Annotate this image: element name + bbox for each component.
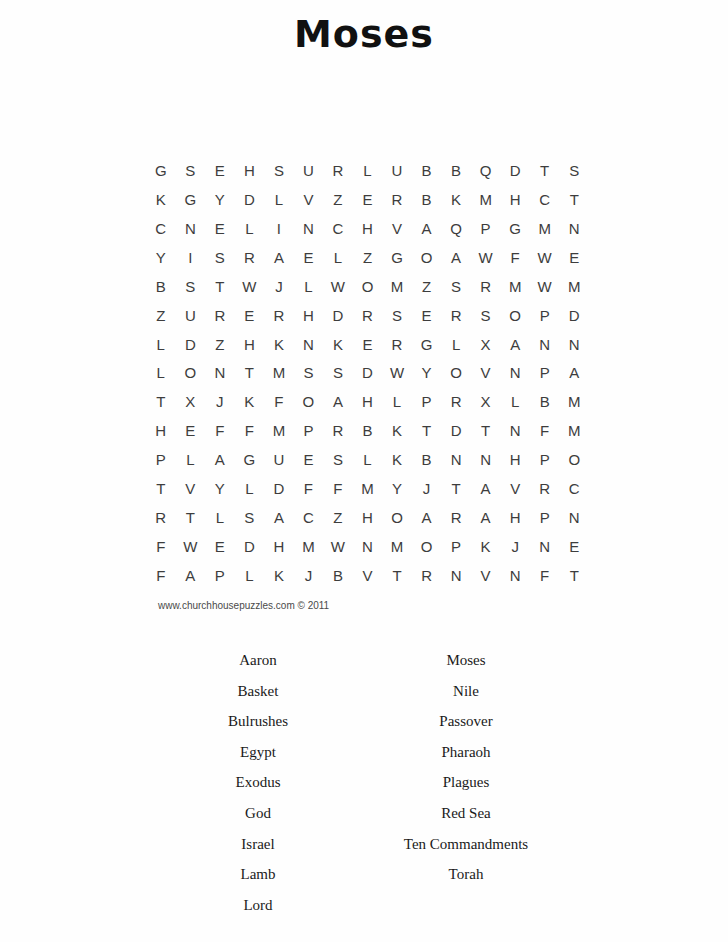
grid-cell-r2c14: C — [530, 185, 560, 214]
grid-cell-r12c10: J — [412, 474, 442, 503]
grid-cell-r9c12: X — [471, 387, 501, 416]
grid-cell-r6c7: D — [323, 301, 353, 330]
grid-cell-r8c1: L — [146, 359, 176, 388]
grid-cell-r6c14: P — [530, 301, 560, 330]
grid-cell-r10c1: H — [146, 416, 176, 445]
grid-cell-r2c10: B — [412, 185, 442, 214]
grid-cell-r5c3: T — [205, 272, 235, 301]
grid-cell-r1c4: H — [235, 156, 265, 185]
grid-cell-r2c3: Y — [205, 185, 235, 214]
word-list-item: Ten Commandments — [326, 829, 606, 860]
grid-cell-r12c6: F — [294, 474, 324, 503]
grid-cell-r4c8: Z — [353, 243, 383, 272]
grid-cell-r2c15: T — [559, 185, 589, 214]
grid-cell-r11c10: B — [412, 445, 442, 474]
grid-cell-r1c8: L — [353, 156, 383, 185]
grid-cell-r3c8: H — [353, 214, 383, 243]
grid-cell-r14c9: M — [382, 532, 412, 561]
grid-cell-r1c13: D — [500, 156, 530, 185]
grid-cell-r9c6: O — [294, 387, 324, 416]
grid-cell-r6c3: R — [205, 301, 235, 330]
grid-cell-r1c2: S — [176, 156, 206, 185]
grid-cell-r4c1: Y — [146, 243, 176, 272]
grid-cell-r5c15: M — [559, 272, 589, 301]
grid-cell-r6c11: R — [441, 301, 471, 330]
grid-cell-r2c2: G — [176, 185, 206, 214]
grid-cell-r8c14: P — [530, 359, 560, 388]
grid-cell-r12c9: Y — [382, 474, 412, 503]
grid-cell-r15c9: T — [382, 561, 412, 590]
grid-cell-r14c5: H — [264, 532, 294, 561]
grid-cell-r6c10: E — [412, 301, 442, 330]
word-list-item: Torah — [326, 859, 606, 890]
grid-cell-r9c1: T — [146, 387, 176, 416]
grid-cell-r13c7: Z — [323, 503, 353, 532]
grid-cell-r9c9: L — [382, 387, 412, 416]
grid-cell-r3c3: E — [205, 214, 235, 243]
grid-cell-r9c3: J — [205, 387, 235, 416]
grid-cell-r1c10: B — [412, 156, 442, 185]
grid-cell-r9c13: L — [500, 387, 530, 416]
word-list-item: Nile — [326, 676, 606, 707]
grid-cell-r11c9: K — [382, 445, 412, 474]
grid-cell-r7c4: H — [235, 330, 265, 359]
grid-cell-r13c9: O — [382, 503, 412, 532]
grid-cell-r2c5: L — [264, 185, 294, 214]
grid-cell-r11c2: L — [176, 445, 206, 474]
grid-cell-r7c6: N — [294, 330, 324, 359]
grid-cell-r3c13: G — [500, 214, 530, 243]
grid-cell-r3c15: N — [559, 214, 589, 243]
grid-cell-r5c2: S — [176, 272, 206, 301]
grid-cell-r8c11: O — [441, 359, 471, 388]
grid-cell-r14c1: F — [146, 532, 176, 561]
grid-cell-r11c4: G — [235, 445, 265, 474]
grid-cell-r5c1: B — [146, 272, 176, 301]
grid-cell-r15c12: V — [471, 561, 501, 590]
grid-cell-r1c3: E — [205, 156, 235, 185]
grid-cell-r6c1: Z — [146, 301, 176, 330]
grid-cell-r8c6: S — [294, 359, 324, 388]
word-list-item: Red Sea — [326, 798, 606, 829]
grid-cell-r11c6: E — [294, 445, 324, 474]
grid-cell-r9c2: X — [176, 387, 206, 416]
grid-cell-r7c11: L — [441, 330, 471, 359]
grid-cell-r12c3: Y — [205, 474, 235, 503]
grid-cell-r9c7: A — [323, 387, 353, 416]
grid-cell-r6c9: S — [382, 301, 412, 330]
grid-cell-r15c2: A — [176, 561, 206, 590]
grid-cell-r2c11: K — [441, 185, 471, 214]
grid-cell-r9c14: B — [530, 387, 560, 416]
grid-cell-r1c1: G — [146, 156, 176, 185]
grid-cell-r10c4: F — [235, 416, 265, 445]
grid-cell-r10c5: M — [264, 416, 294, 445]
grid-cell-r4c2: I — [176, 243, 206, 272]
grid-cell-r15c15: T — [559, 561, 589, 590]
grid-cell-r8c9: W — [382, 359, 412, 388]
grid-cell-r2c12: M — [471, 185, 501, 214]
grid-cell-r5c5: J — [264, 272, 294, 301]
grid-cell-r15c11: N — [441, 561, 471, 590]
grid-cell-r10c8: B — [353, 416, 383, 445]
grid-cell-r4c7: L — [323, 243, 353, 272]
grid-cell-r3c12: P — [471, 214, 501, 243]
grid-cell-r6c13: O — [500, 301, 530, 330]
grid-cell-r8c13: N — [500, 359, 530, 388]
grid-cell-r8c5: M — [264, 359, 294, 388]
grid-cell-r12c8: M — [353, 474, 383, 503]
grid-cell-r5c10: Z — [412, 272, 442, 301]
grid-cell-r5c13: M — [500, 272, 530, 301]
grid-cell-r12c1: T — [146, 474, 176, 503]
grid-cell-r14c13: J — [500, 532, 530, 561]
grid-cell-r8c2: O — [176, 359, 206, 388]
grid-cell-r1c12: Q — [471, 156, 501, 185]
grid-cell-r3c5: I — [264, 214, 294, 243]
grid-cell-r11c7: S — [323, 445, 353, 474]
grid-cell-r3c6: N — [294, 214, 324, 243]
grid-cell-r7c7: K — [323, 330, 353, 359]
grid-cell-r5c7: W — [323, 272, 353, 301]
grid-cell-r14c6: M — [294, 532, 324, 561]
grid-cell-r11c1: P — [146, 445, 176, 474]
grid-cell-r5c6: L — [294, 272, 324, 301]
grid-cell-r10c2: E — [176, 416, 206, 445]
grid-cell-r12c14: R — [530, 474, 560, 503]
grid-cell-r10c6: P — [294, 416, 324, 445]
grid-cell-r14c15: E — [559, 532, 589, 561]
grid-cell-r10c11: D — [441, 416, 471, 445]
grid-cell-r3c4: L — [235, 214, 265, 243]
grid-cell-r14c8: N — [353, 532, 383, 561]
grid-cell-r14c3: E — [205, 532, 235, 561]
grid-cell-r5c8: O — [353, 272, 383, 301]
grid-cell-r1c14: T — [530, 156, 560, 185]
grid-cell-r15c1: F — [146, 561, 176, 590]
grid-cell-r15c4: L — [235, 561, 265, 590]
grid-cell-r2c1: K — [146, 185, 176, 214]
grid-cell-r1c7: R — [323, 156, 353, 185]
grid-cell-r6c8: R — [353, 301, 383, 330]
grid-cell-r10c3: F — [205, 416, 235, 445]
grid-cell-r4c6: E — [294, 243, 324, 272]
grid-cell-r7c9: R — [382, 330, 412, 359]
grid-cell-r4c4: R — [235, 243, 265, 272]
grid-cell-r11c8: L — [353, 445, 383, 474]
grid-cell-r2c9: R — [382, 185, 412, 214]
word-list-item: Moses — [326, 645, 606, 676]
grid-cell-r11c14: P — [530, 445, 560, 474]
grid-cell-r11c15: O — [559, 445, 589, 474]
grid-cell-r15c7: B — [323, 561, 353, 590]
grid-cell-r13c4: S — [235, 503, 265, 532]
grid-cell-r6c15: D — [559, 301, 589, 330]
grid-cell-r15c5: K — [264, 561, 294, 590]
grid-cell-r14c2: W — [176, 532, 206, 561]
grid-cell-r11c5: U — [264, 445, 294, 474]
grid-cell-r8c12: V — [471, 359, 501, 388]
grid-cell-r11c12: N — [471, 445, 501, 474]
grid-cell-r7c1: L — [146, 330, 176, 359]
grid-cell-r12c4: L — [235, 474, 265, 503]
grid-cell-r6c6: H — [294, 301, 324, 330]
grid-cell-r14c14: N — [530, 532, 560, 561]
grid-cell-r4c10: O — [412, 243, 442, 272]
grid-cell-r12c11: T — [441, 474, 471, 503]
grid-cell-r6c5: R — [264, 301, 294, 330]
grid-cell-r8c10: Y — [412, 359, 442, 388]
grid-cell-r9c11: R — [441, 387, 471, 416]
grid-cell-r3c1: C — [146, 214, 176, 243]
grid-cell-r10c9: K — [382, 416, 412, 445]
grid-cell-r9c5: F — [264, 387, 294, 416]
grid-cell-r10c12: T — [471, 416, 501, 445]
grid-cell-r8c8: D — [353, 359, 383, 388]
grid-cell-r7c14: N — [530, 330, 560, 359]
grid-cell-r15c10: R — [412, 561, 442, 590]
grid-cell-r13c12: A — [471, 503, 501, 532]
grid-cell-r13c1: R — [146, 503, 176, 532]
grid-cell-r13c8: H — [353, 503, 383, 532]
grid-cell-r3c11: Q — [441, 214, 471, 243]
grid-cell-r4c13: F — [500, 243, 530, 272]
grid-cell-r13c11: R — [441, 503, 471, 532]
grid-cell-r4c15: E — [559, 243, 589, 272]
grid-cell-r15c14: F — [530, 561, 560, 590]
grid-cell-r13c15: N — [559, 503, 589, 532]
word-list-item: Passover — [326, 706, 606, 737]
grid-cell-r10c15: M — [559, 416, 589, 445]
grid-cell-r10c13: N — [500, 416, 530, 445]
grid-cell-r13c14: P — [530, 503, 560, 532]
grid-cell-r7c10: G — [412, 330, 442, 359]
grid-cell-r9c10: P — [412, 387, 442, 416]
word-list-item: Lord — [118, 890, 398, 921]
grid-cell-r13c2: T — [176, 503, 206, 532]
grid-cell-r1c11: B — [441, 156, 471, 185]
word-list-item: Pharaoh — [326, 737, 606, 768]
grid-cell-r2c7: Z — [323, 185, 353, 214]
grid-cell-r6c4: E — [235, 301, 265, 330]
grid-cell-r5c9: M — [382, 272, 412, 301]
worksheet-page: Moses GSEHSURLUBBQDTSKGYDLVZERBKMHCTCNEL… — [0, 0, 728, 942]
grid-cell-r2c4: D — [235, 185, 265, 214]
word-list-right-column: MosesNilePassoverPharaohPlaguesRed SeaTe… — [326, 645, 606, 890]
grid-cell-r8c7: S — [323, 359, 353, 388]
grid-cell-r4c3: S — [205, 243, 235, 272]
grid-cell-r14c12: K — [471, 532, 501, 561]
grid-cell-r8c15: A — [559, 359, 589, 388]
grid-cell-r2c13: H — [500, 185, 530, 214]
grid-cell-r1c5: S — [264, 156, 294, 185]
grid-cell-r7c15: N — [559, 330, 589, 359]
grid-cell-r4c5: A — [264, 243, 294, 272]
grid-cell-r1c9: U — [382, 156, 412, 185]
grid-cell-r4c9: G — [382, 243, 412, 272]
grid-cell-r5c12: R — [471, 272, 501, 301]
grid-cell-r3c2: N — [176, 214, 206, 243]
grid-cell-r9c15: M — [559, 387, 589, 416]
grid-cell-r6c2: U — [176, 301, 206, 330]
grid-cell-r9c8: H — [353, 387, 383, 416]
word-search-grid: GSEHSURLUBBQDTSKGYDLVZERBKMHCTCNELINCHVA… — [146, 156, 589, 590]
grid-cell-r12c2: V — [176, 474, 206, 503]
grid-cell-r12c13: V — [500, 474, 530, 503]
grid-cell-r5c11: S — [441, 272, 471, 301]
grid-cell-r2c6: V — [294, 185, 324, 214]
grid-cell-r13c3: L — [205, 503, 235, 532]
grid-cell-r1c6: U — [294, 156, 324, 185]
grid-cell-r7c8: E — [353, 330, 383, 359]
grid-cell-r10c14: F — [530, 416, 560, 445]
grid-cell-r3c9: V — [382, 214, 412, 243]
grid-cell-r7c12: X — [471, 330, 501, 359]
grid-cell-r12c7: F — [323, 474, 353, 503]
grid-cell-r7c13: A — [500, 330, 530, 359]
word-list: AaronBasketBulrushesEgyptExodusGodIsrael… — [0, 645, 728, 925]
grid-cell-r7c2: D — [176, 330, 206, 359]
grid-cell-r12c12: A — [471, 474, 501, 503]
grid-cell-r13c13: H — [500, 503, 530, 532]
grid-cell-r15c13: N — [500, 561, 530, 590]
grid-cell-r7c5: K — [264, 330, 294, 359]
grid-cell-r8c4: T — [235, 359, 265, 388]
grid-cell-r2c8: E — [353, 185, 383, 214]
grid-cell-r12c5: D — [264, 474, 294, 503]
grid-cell-r4c11: A — [441, 243, 471, 272]
grid-cell-r15c3: P — [205, 561, 235, 590]
grid-cell-r4c12: W — [471, 243, 501, 272]
copyright-text: www.churchhousepuzzles.com © 2011 — [158, 600, 329, 611]
grid-cell-r3c14: M — [530, 214, 560, 243]
grid-cell-r5c4: W — [235, 272, 265, 301]
word-list-item: Plagues — [326, 767, 606, 798]
grid-cell-r15c8: V — [353, 561, 383, 590]
grid-cell-r14c4: D — [235, 532, 265, 561]
grid-cell-r11c3: A — [205, 445, 235, 474]
grid-cell-r3c7: C — [323, 214, 353, 243]
grid-cell-r10c7: R — [323, 416, 353, 445]
grid-cell-r14c11: P — [441, 532, 471, 561]
grid-cell-r13c10: A — [412, 503, 442, 532]
grid-cell-r5c14: W — [530, 272, 560, 301]
grid-cell-r3c10: A — [412, 214, 442, 243]
grid-cell-r4c14: W — [530, 243, 560, 272]
puzzle-title: Moses — [0, 12, 728, 56]
grid-cell-r9c4: K — [235, 387, 265, 416]
grid-cell-r13c5: A — [264, 503, 294, 532]
grid-cell-r7c3: Z — [205, 330, 235, 359]
grid-cell-r11c13: H — [500, 445, 530, 474]
grid-cell-r6c12: S — [471, 301, 501, 330]
grid-cell-r1c15: S — [559, 156, 589, 185]
grid-cell-r12c15: C — [559, 474, 589, 503]
grid-cell-r14c7: W — [323, 532, 353, 561]
grid-cell-r8c3: N — [205, 359, 235, 388]
grid-cell-r15c6: J — [294, 561, 324, 590]
grid-cell-r11c11: N — [441, 445, 471, 474]
grid-cell-r13c6: C — [294, 503, 324, 532]
grid-cell-r10c10: T — [412, 416, 442, 445]
grid-cell-r14c10: O — [412, 532, 442, 561]
